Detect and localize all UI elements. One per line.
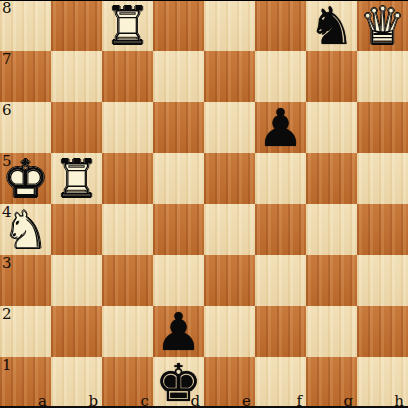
white-knight-glyph-outline: ♘	[2, 204, 49, 256]
square-f6[interactable]: ♟	[255, 102, 306, 153]
rank-label-8: 8	[2, 1, 12, 16]
square-b8[interactable]	[51, 0, 102, 51]
rank-label-2: 2	[2, 307, 12, 322]
square-e3[interactable]	[204, 255, 255, 306]
file-label-h: h	[394, 394, 404, 408]
square-b5[interactable]: ♜♖	[51, 153, 102, 204]
square-d2[interactable]: ♟	[153, 306, 204, 357]
square-g5[interactable]	[306, 153, 357, 204]
square-f7[interactable]	[255, 51, 306, 102]
piece-white-knight-a4[interactable]: ♞♘	[2, 204, 49, 256]
file-label-f: f	[296, 394, 302, 408]
black-king-glyph: ♚	[155, 357, 202, 408]
square-d3[interactable]	[153, 255, 204, 306]
piece-white-king-a5[interactable]: ♚♔	[2, 153, 49, 205]
square-g8[interactable]: ♞	[306, 0, 357, 51]
square-d4[interactable]	[153, 204, 204, 255]
square-c4[interactable]	[102, 204, 153, 255]
square-h3[interactable]	[357, 255, 408, 306]
black-pawn-glyph: ♟	[257, 102, 304, 154]
square-g4[interactable]	[306, 204, 357, 255]
square-g1[interactable]: g	[306, 357, 357, 408]
piece-white-rook-b5[interactable]: ♜♖	[53, 153, 100, 205]
square-f1[interactable]: f	[255, 357, 306, 408]
square-e6[interactable]	[204, 102, 255, 153]
square-d1[interactable]: d♚	[153, 357, 204, 408]
chess-board-area: 8♜♖♞♛♕76♟5♚♔♜♖4♞♘32♟1abcd♚efgh	[0, 0, 408, 408]
square-f5[interactable]	[255, 153, 306, 204]
file-label-g: g	[343, 394, 353, 408]
square-g2[interactable]	[306, 306, 357, 357]
square-f4[interactable]	[255, 204, 306, 255]
square-d8[interactable]	[153, 0, 204, 51]
piece-white-rook-c8[interactable]: ♜♖	[104, 0, 151, 52]
square-c2[interactable]	[102, 306, 153, 357]
square-a1[interactable]: 1a	[0, 357, 51, 408]
square-h8[interactable]: ♛♕	[357, 0, 408, 51]
square-a2[interactable]: 2	[0, 306, 51, 357]
square-c1[interactable]: c	[102, 357, 153, 408]
black-knight-glyph: ♞	[308, 0, 355, 52]
square-c5[interactable]	[102, 153, 153, 204]
square-a6[interactable]: 6	[0, 102, 51, 153]
square-c7[interactable]	[102, 51, 153, 102]
square-e7[interactable]	[204, 51, 255, 102]
square-b3[interactable]	[51, 255, 102, 306]
rank-label-7: 7	[2, 52, 12, 67]
square-e2[interactable]	[204, 306, 255, 357]
square-a8[interactable]: 8	[0, 0, 51, 51]
square-b4[interactable]	[51, 204, 102, 255]
square-h7[interactable]	[357, 51, 408, 102]
file-label-a: a	[38, 394, 47, 408]
file-label-c: c	[141, 394, 149, 408]
rank-label-3: 3	[2, 256, 12, 271]
square-e5[interactable]	[204, 153, 255, 204]
square-d7[interactable]	[153, 51, 204, 102]
square-h1[interactable]: h	[357, 357, 408, 408]
rank-label-1: 1	[2, 358, 12, 373]
file-label-b: b	[88, 394, 98, 408]
square-f3[interactable]	[255, 255, 306, 306]
square-g3[interactable]	[306, 255, 357, 306]
square-g6[interactable]	[306, 102, 357, 153]
piece-black-king-d1[interactable]: ♚	[155, 357, 202, 408]
square-c8[interactable]: ♜♖	[102, 0, 153, 51]
square-g7[interactable]	[306, 51, 357, 102]
square-f8[interactable]	[255, 0, 306, 51]
square-h2[interactable]	[357, 306, 408, 357]
square-a4[interactable]: 4♞♘	[0, 204, 51, 255]
square-f2[interactable]	[255, 306, 306, 357]
square-e1[interactable]: e	[204, 357, 255, 408]
white-rook-glyph-outline: ♖	[53, 153, 100, 205]
white-king-glyph-outline: ♔	[2, 153, 49, 205]
square-b6[interactable]	[51, 102, 102, 153]
piece-black-pawn-f6[interactable]: ♟	[257, 102, 304, 154]
square-b2[interactable]	[51, 306, 102, 357]
square-e4[interactable]	[204, 204, 255, 255]
square-h4[interactable]	[357, 204, 408, 255]
square-d6[interactable]	[153, 102, 204, 153]
square-h5[interactable]	[357, 153, 408, 204]
piece-black-pawn-d2[interactable]: ♟	[155, 306, 202, 358]
square-c3[interactable]	[102, 255, 153, 306]
piece-black-knight-g8[interactable]: ♞	[308, 0, 355, 52]
square-a7[interactable]: 7	[0, 51, 51, 102]
square-a3[interactable]: 3	[0, 255, 51, 306]
square-d5[interactable]	[153, 153, 204, 204]
white-queen-glyph-outline: ♕	[359, 0, 406, 52]
square-e8[interactable]	[204, 0, 255, 51]
square-b1[interactable]: b	[51, 357, 102, 408]
file-label-e: e	[242, 394, 251, 408]
piece-white-queen-h8[interactable]: ♛♕	[359, 0, 406, 52]
chess-board: 8♜♖♞♛♕76♟5♚♔♜♖4♞♘32♟1abcd♚efgh	[0, 0, 408, 408]
square-h6[interactable]	[357, 102, 408, 153]
square-a5[interactable]: 5♚♔	[0, 153, 51, 204]
square-c6[interactable]	[102, 102, 153, 153]
black-pawn-glyph: ♟	[155, 306, 202, 358]
rank-label-6: 6	[2, 103, 12, 118]
square-b7[interactable]	[51, 51, 102, 102]
white-rook-glyph-outline: ♖	[104, 0, 151, 52]
